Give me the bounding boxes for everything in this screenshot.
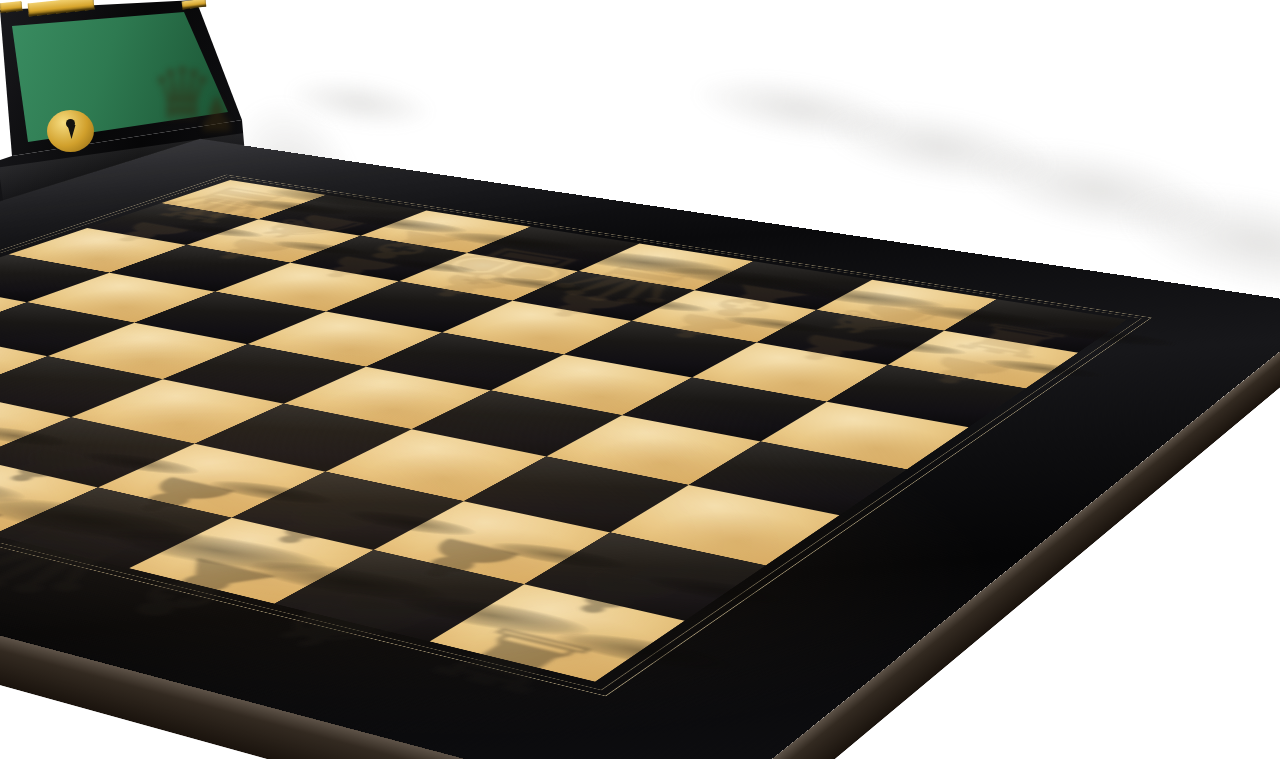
product-photo: ♛ ♟ ♜♜♞♞♝♝♛♛♚♚♝♝♞♞♜♜♟♟♟♟♟♟♟♟♟♟♟♟♟♟♟♟♛♛♜♜… (0, 0, 1280, 759)
chess-board: ♜♜♞♞♝♝♛♛♚♚♝♝♞♞♜♜♟♟♟♟♟♟♟♟♟♟♟♟♟♟♟♟♛♛♜♜♞♞♝♝… (0, 139, 1280, 759)
black-knight-glyph: ♞ (314, 411, 487, 595)
white-pawn-glyph: ♟ (334, 162, 425, 258)
white-pawn-glyph: ♟ (130, 132, 217, 224)
white-pawn-glyph: ♟ (557, 195, 652, 296)
board-scene: ♜♜♞♞♝♝♛♛♚♚♝♝♞♞♜♜♟♟♟♟♟♟♟♟♟♟♟♟♟♟♟♟♛♛♜♜♞♞♝♝… (0, 0, 1116, 759)
black-rook-glyph: ♜ (477, 460, 639, 631)
white-pawn-glyph: ♟ (443, 178, 536, 276)
white-pawn-glyph: ♟ (676, 213, 773, 316)
white-pawn-glyph: ♟ (933, 251, 1035, 359)
white-pawn-glyph: ♟ (230, 146, 319, 240)
white-pawn-glyph: ♟ (801, 231, 901, 337)
